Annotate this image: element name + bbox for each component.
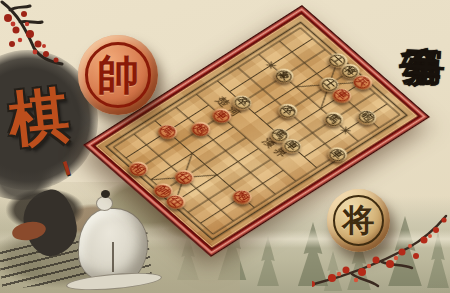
piece-red-車[interactable]: 車 (208, 106, 235, 126)
figure-head (96, 196, 113, 211)
piece-black-卒[interactable]: 卒 (229, 92, 256, 112)
hero-piece-red-general: 帥 (78, 35, 158, 115)
piece-red-仕[interactable]: 仕 (170, 167, 197, 187)
piece-black-馬[interactable]: 馬 (320, 109, 347, 129)
slogan-column: 万马千军纷争 (396, 48, 446, 288)
stamp-character: 棋 (0, 76, 82, 162)
hero-piece-glyph: 帥 (97, 47, 139, 103)
piece-black-象[interactable]: 象 (270, 66, 297, 86)
piece-red-炮[interactable]: 炮 (228, 187, 255, 207)
piece-black-卒[interactable]: 卒 (274, 101, 301, 121)
plum-blossom-top-left (0, 0, 86, 72)
piece-red-馬[interactable]: 馬 (154, 121, 181, 141)
figure-topknot (101, 190, 110, 198)
slogan-char: 争 (406, 47, 446, 89)
piece-black-車[interactable]: 車 (324, 144, 351, 164)
piece-red-相[interactable]: 相 (125, 159, 152, 179)
piece-red-炮[interactable]: 炮 (187, 119, 214, 139)
robe-seam (112, 242, 114, 272)
piece-black-砲[interactable]: 砲 (353, 107, 380, 127)
splash-scene: 棋 丶 楚 河 漢 界 (0, 0, 450, 293)
